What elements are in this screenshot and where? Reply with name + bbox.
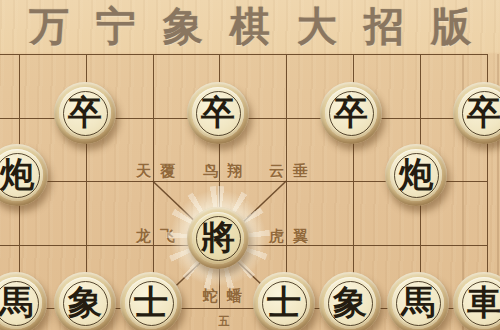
piece-black-horse[interactable]: 馬 [387,272,449,330]
piece-black-chariot[interactable]: 車 [453,272,500,330]
piece-glyph: 卒 [54,82,116,144]
piece-black-cannon[interactable]: 炮 [385,144,447,206]
piece-black-elephant[interactable]: 象 [319,272,381,330]
piece-glyph: 炮 [385,144,447,206]
piece-glyph: 象 [54,272,116,330]
board-cell [0,54,19,118]
piece-black-soldier[interactable]: 卒 [187,82,249,144]
piece-black-advisor[interactable]: 士 [253,272,315,330]
piece-glyph: 象 [319,272,381,330]
piece-glyph: 士 [120,272,182,330]
file-marker-5: 五 [219,314,230,329]
piece-black-soldier[interactable]: 卒 [54,82,116,144]
piece-black-soldier[interactable]: 卒 [320,82,382,144]
piece-black-horse[interactable]: 馬 [0,272,47,330]
piece-glyph: 將 [187,207,249,269]
piece-black-elephant[interactable]: 象 [54,272,116,330]
xiangqi-app-screen: 万宁象棋大招版 天覆鸟翔云垂龙飞虎翼蛇蟠 五 卒卒卒卒炮炮將馬象士士象馬車 [0,0,500,330]
piece-glyph: 馬 [387,272,449,330]
piece-glyph: 車 [453,272,500,330]
piece-black-soldier[interactable]: 卒 [453,82,500,144]
piece-glyph: 卒 [453,82,500,144]
piece-glyph: 馬 [0,272,47,330]
piece-black-general[interactable]: 將 [187,207,249,269]
piece-black-cannon[interactable]: 炮 [0,144,48,206]
piece-glyph: 士 [253,272,315,330]
formation-label: 天覆 [136,164,184,179]
piece-glyph: 卒 [320,82,382,144]
formation-label: 云垂 [269,164,317,179]
piece-black-advisor[interactable]: 士 [120,272,182,330]
piece-glyph: 炮 [0,144,48,206]
formation-label: 虎翼 [269,229,317,244]
formation-label: 蛇蟠 [203,289,251,304]
app-title: 万宁象棋大招版 [0,5,500,47]
piece-glyph: 卒 [187,82,249,144]
formation-label: 鸟翔 [203,164,251,179]
